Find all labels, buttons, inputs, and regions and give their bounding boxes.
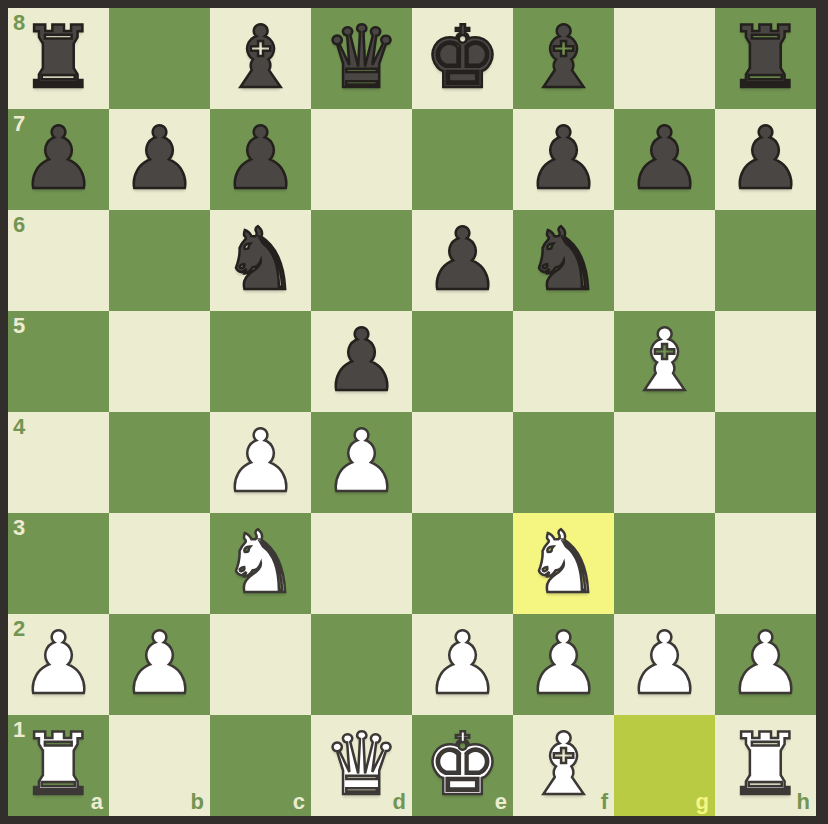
square-b6[interactable] — [109, 210, 210, 311]
piece-white-knight[interactable]: ♞ — [222, 519, 299, 605]
square-d4[interactable]: ♟ — [311, 412, 412, 513]
square-h4[interactable] — [715, 412, 816, 513]
square-e1[interactable]: e♚ — [412, 715, 513, 816]
square-b5[interactable] — [109, 311, 210, 412]
piece-white-pawn[interactable]: ♟ — [727, 620, 804, 706]
square-e6[interactable]: ♟ — [412, 210, 513, 311]
square-a4[interactable]: 4 — [8, 412, 109, 513]
piece-white-rook[interactable]: ♜ — [20, 721, 97, 807]
piece-white-queen[interactable]: ♛ — [323, 721, 400, 807]
piece-white-bishop[interactable]: ♝ — [525, 721, 602, 807]
square-e3[interactable] — [412, 513, 513, 614]
square-c3[interactable]: ♞ — [210, 513, 311, 614]
square-c4[interactable]: ♟ — [210, 412, 311, 513]
piece-black-bishop[interactable]: ♝ — [525, 14, 602, 100]
square-h8[interactable]: ♜ — [715, 8, 816, 109]
square-b7[interactable]: ♟ — [109, 109, 210, 210]
square-g5[interactable]: ♝ — [614, 311, 715, 412]
file-label-h: h — [797, 791, 810, 813]
rank-label-5: 5 — [13, 315, 25, 337]
rank-label-1: 1 — [13, 719, 25, 741]
square-b2[interactable]: ♟ — [109, 614, 210, 715]
rank-label-4: 4 — [13, 416, 25, 438]
square-d5[interactable]: ♟ — [311, 311, 412, 412]
file-label-b: b — [191, 791, 204, 813]
rank-label-6: 6 — [13, 214, 25, 236]
piece-black-pawn[interactable]: ♟ — [121, 115, 198, 201]
file-label-e: e — [495, 791, 507, 813]
piece-black-pawn[interactable]: ♟ — [323, 317, 400, 403]
square-g3[interactable] — [614, 513, 715, 614]
square-c1[interactable]: c — [210, 715, 311, 816]
piece-white-pawn[interactable]: ♟ — [323, 418, 400, 504]
square-f1[interactable]: f♝ — [513, 715, 614, 816]
rank-label-2: 2 — [13, 618, 25, 640]
square-d2[interactable] — [311, 614, 412, 715]
file-label-f: f — [601, 791, 608, 813]
rank-label-7: 7 — [13, 113, 25, 135]
square-b3[interactable] — [109, 513, 210, 614]
square-c2[interactable] — [210, 614, 311, 715]
rank-label-8: 8 — [13, 12, 25, 34]
board-frame: 8♜♝♛♚♝♜7♟♟♟♟♟♟6♞♟♞5♟♝4♟♟3♞♞2♟♟♟♟♟♟1a♜bcd… — [0, 0, 828, 824]
square-b1[interactable]: b — [109, 715, 210, 816]
piece-black-bishop[interactable]: ♝ — [222, 14, 299, 100]
piece-black-rook[interactable]: ♜ — [727, 14, 804, 100]
square-d1[interactable]: d♛ — [311, 715, 412, 816]
square-f2[interactable]: ♟ — [513, 614, 614, 715]
piece-white-pawn[interactable]: ♟ — [525, 620, 602, 706]
rank-label-3: 3 — [13, 517, 25, 539]
piece-black-pawn[interactable]: ♟ — [222, 115, 299, 201]
square-b8[interactable] — [109, 8, 210, 109]
square-e5[interactable] — [412, 311, 513, 412]
square-f8[interactable]: ♝ — [513, 8, 614, 109]
piece-white-pawn[interactable]: ♟ — [626, 620, 703, 706]
square-a1[interactable]: 1a♜ — [8, 715, 109, 816]
square-g6[interactable] — [614, 210, 715, 311]
square-a3[interactable]: 3 — [8, 513, 109, 614]
square-g2[interactable]: ♟ — [614, 614, 715, 715]
piece-white-pawn[interactable]: ♟ — [424, 620, 501, 706]
file-label-a: a — [91, 791, 103, 813]
square-a8[interactable]: 8♜ — [8, 8, 109, 109]
square-c6[interactable]: ♞ — [210, 210, 311, 311]
piece-black-queen[interactable]: ♛ — [323, 14, 400, 100]
square-d7[interactable] — [311, 109, 412, 210]
square-a5[interactable]: 5 — [8, 311, 109, 412]
piece-white-rook[interactable]: ♜ — [727, 721, 804, 807]
piece-black-knight[interactable]: ♞ — [222, 216, 299, 302]
file-label-g: g — [696, 791, 709, 813]
square-e4[interactable] — [412, 412, 513, 513]
square-h2[interactable]: ♟ — [715, 614, 816, 715]
square-g8[interactable] — [614, 8, 715, 109]
square-c8[interactable]: ♝ — [210, 8, 311, 109]
chess-board: 8♜♝♛♚♝♜7♟♟♟♟♟♟6♞♟♞5♟♝4♟♟3♞♞2♟♟♟♟♟♟1a♜bcd… — [8, 8, 816, 816]
square-c5[interactable] — [210, 311, 311, 412]
square-h3[interactable] — [715, 513, 816, 614]
square-f4[interactable] — [513, 412, 614, 513]
square-d3[interactable] — [311, 513, 412, 614]
square-f6[interactable]: ♞ — [513, 210, 614, 311]
square-g7[interactable]: ♟ — [614, 109, 715, 210]
piece-black-knight[interactable]: ♞ — [525, 216, 602, 302]
square-h7[interactable]: ♟ — [715, 109, 816, 210]
square-f7[interactable]: ♟ — [513, 109, 614, 210]
square-f3[interactable]: ♞ — [513, 513, 614, 614]
square-e2[interactable]: ♟ — [412, 614, 513, 715]
square-a7[interactable]: 7♟ — [8, 109, 109, 210]
piece-black-pawn[interactable]: ♟ — [626, 115, 703, 201]
square-h6[interactable] — [715, 210, 816, 311]
piece-white-knight[interactable]: ♞ — [525, 519, 602, 605]
square-g4[interactable] — [614, 412, 715, 513]
piece-black-pawn[interactable]: ♟ — [424, 216, 501, 302]
square-c7[interactable]: ♟ — [210, 109, 311, 210]
piece-white-pawn[interactable]: ♟ — [121, 620, 198, 706]
square-a6[interactable]: 6 — [8, 210, 109, 311]
file-label-d: d — [393, 791, 406, 813]
piece-white-king[interactable]: ♚ — [424, 721, 501, 807]
square-h5[interactable] — [715, 311, 816, 412]
piece-white-pawn[interactable]: ♟ — [222, 418, 299, 504]
piece-black-rook[interactable]: ♜ — [20, 14, 97, 100]
square-g1[interactable]: g — [614, 715, 715, 816]
piece-white-bishop[interactable]: ♝ — [626, 317, 703, 403]
file-label-c: c — [293, 791, 305, 813]
piece-black-pawn[interactable]: ♟ — [727, 115, 804, 201]
piece-white-pawn[interactable]: ♟ — [20, 620, 97, 706]
square-f5[interactable] — [513, 311, 614, 412]
square-e7[interactable] — [412, 109, 513, 210]
square-e8[interactable]: ♚ — [412, 8, 513, 109]
piece-black-pawn[interactable]: ♟ — [525, 115, 602, 201]
piece-black-pawn[interactable]: ♟ — [20, 115, 97, 201]
square-d8[interactable]: ♛ — [311, 8, 412, 109]
square-a2[interactable]: 2♟ — [8, 614, 109, 715]
square-h1[interactable]: h♜ — [715, 715, 816, 816]
square-b4[interactable] — [109, 412, 210, 513]
piece-black-king[interactable]: ♚ — [424, 14, 501, 100]
square-d6[interactable] — [311, 210, 412, 311]
